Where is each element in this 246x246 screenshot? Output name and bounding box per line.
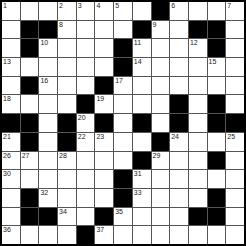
clue-number-13: 13 <box>3 58 11 66</box>
white-cell-r5c7[interactable] <box>133 95 151 113</box>
white-cell-r3c7[interactable]: 14 <box>133 58 151 76</box>
white-cell-r8c1[interactable]: 27 <box>21 152 39 170</box>
white-cell-r4c4[interactable] <box>77 77 95 95</box>
white-cell-r11c6[interactable]: 35 <box>114 208 132 226</box>
white-cell-r7c12[interactable]: 25 <box>226 133 244 151</box>
clue-number-14: 14 <box>134 58 142 66</box>
black-cell-r6c7 <box>133 114 151 132</box>
white-cell-r4c2[interactable]: 16 <box>39 77 57 95</box>
white-cell-r4c7[interactable] <box>133 77 151 95</box>
white-cell-r0c12[interactable]: 7 <box>226 2 244 20</box>
black-cell-r8c7 <box>133 152 151 170</box>
white-cell-r12c3[interactable] <box>58 226 76 244</box>
white-cell-r2c3[interactable] <box>58 39 76 57</box>
white-cell-r0c4[interactable]: 3 <box>77 2 95 20</box>
white-cell-r0c2[interactable] <box>39 2 57 20</box>
black-cell-r5c4 <box>77 95 95 113</box>
clue-number-9: 9 <box>153 21 157 29</box>
white-cell-r9c2[interactable] <box>39 170 57 188</box>
white-cell-r3c2[interactable] <box>39 58 57 76</box>
black-cell-r7c3 <box>58 133 76 151</box>
white-cell-r12c8[interactable] <box>152 226 170 244</box>
white-cell-r0c0[interactable]: 1 <box>2 2 20 20</box>
white-cell-r12c1[interactable] <box>21 226 39 244</box>
white-cell-r7c5[interactable]: 23 <box>95 133 113 151</box>
black-cell-r11c10 <box>189 208 207 226</box>
white-cell-r10c3[interactable] <box>58 189 76 207</box>
white-cell-r3c0[interactable]: 13 <box>2 58 20 76</box>
white-cell-r4c11[interactable] <box>208 77 226 95</box>
clue-number-25: 25 <box>227 133 235 141</box>
clue-number-10: 10 <box>40 39 48 47</box>
white-cell-r4c9[interactable] <box>170 77 188 95</box>
clue-number-33: 33 <box>134 189 142 197</box>
white-cell-r7c9[interactable]: 24 <box>170 133 188 151</box>
black-cell-r10c1 <box>21 189 39 207</box>
white-cell-r5c5[interactable]: 19 <box>95 95 113 113</box>
white-cell-r5c10[interactable] <box>189 95 207 113</box>
white-cell-r6c2[interactable] <box>39 114 57 132</box>
clue-number-29: 29 <box>153 152 161 160</box>
white-cell-r10c8[interactable] <box>152 189 170 207</box>
black-cell-r6c0 <box>2 114 20 132</box>
white-cell-r2c10[interactable]: 12 <box>189 39 207 57</box>
white-cell-r8c0[interactable]: 26 <box>2 152 20 170</box>
clue-number-35: 35 <box>115 208 123 216</box>
white-cell-r1c5[interactable] <box>95 21 113 39</box>
white-cell-r10c2[interactable]: 32 <box>39 189 57 207</box>
white-cell-r11c12[interactable] <box>226 208 244 226</box>
white-cell-r7c2[interactable] <box>39 133 57 151</box>
white-cell-r9c7[interactable]: 31 <box>133 170 151 188</box>
black-cell-r7c8 <box>152 133 170 151</box>
white-cell-r8c10[interactable] <box>189 152 207 170</box>
white-cell-r5c2[interactable] <box>39 95 57 113</box>
white-cell-r5c0[interactable]: 18 <box>2 95 20 113</box>
white-cell-r10c0[interactable] <box>2 189 20 207</box>
black-cell-r10c6 <box>114 189 132 207</box>
white-cell-r3c12[interactable] <box>226 58 244 76</box>
clue-number-34: 34 <box>59 208 67 216</box>
white-cell-r1c4[interactable] <box>77 21 95 39</box>
white-cell-r12c12[interactable] <box>226 226 244 244</box>
black-cell-r6c12 <box>226 114 244 132</box>
white-cell-r7c4[interactable]: 22 <box>77 133 95 151</box>
white-cell-r5c8[interactable] <box>152 95 170 113</box>
clue-number-8: 8 <box>59 21 63 29</box>
clue-number-27: 27 <box>22 152 30 160</box>
white-cell-r3c5[interactable] <box>95 58 113 76</box>
white-cell-r2c12[interactable] <box>226 39 244 57</box>
white-cell-r0c5[interactable]: 4 <box>95 2 113 20</box>
clue-number-17: 17 <box>115 77 123 85</box>
white-cell-r8c9[interactable] <box>170 152 188 170</box>
white-cell-r10c9[interactable] <box>170 189 188 207</box>
white-cell-r12c2[interactable] <box>39 226 57 244</box>
clue-number-3: 3 <box>78 2 82 10</box>
clue-number-30: 30 <box>3 170 11 178</box>
black-cell-r1c10 <box>189 21 207 39</box>
white-cell-r4c12[interactable] <box>226 77 244 95</box>
white-cell-r1c0[interactable] <box>2 21 20 39</box>
white-cell-r1c12[interactable] <box>226 21 244 39</box>
white-cell-r6c8[interactable] <box>152 114 170 132</box>
white-cell-r6c4[interactable]: 20 <box>77 114 95 132</box>
white-cell-r0c11[interactable] <box>208 2 226 20</box>
white-cell-r4c3[interactable] <box>58 77 76 95</box>
white-cell-r5c3[interactable] <box>58 95 76 113</box>
clue-number-24: 24 <box>171 133 179 141</box>
white-cell-r12c0[interactable]: 36 <box>2 226 20 244</box>
clue-number-1: 1 <box>3 2 7 10</box>
white-cell-r1c8[interactable]: 9 <box>152 21 170 39</box>
white-cell-r2c8[interactable] <box>152 39 170 57</box>
black-cell-r6c1 <box>21 114 39 132</box>
white-cell-r4c8[interactable] <box>152 77 170 95</box>
black-cell-r7c1 <box>21 133 39 151</box>
white-cell-r3c3[interactable] <box>58 58 76 76</box>
black-cell-r12c4 <box>77 226 95 244</box>
white-cell-r9c10[interactable] <box>189 170 207 188</box>
black-cell-r2c1 <box>21 39 39 57</box>
white-cell-r9c8[interactable] <box>152 170 170 188</box>
white-cell-r8c8[interactable]: 29 <box>152 152 170 170</box>
white-cell-r8c6[interactable] <box>114 152 132 170</box>
white-cell-r0c6[interactable]: 5 <box>114 2 132 20</box>
clue-number-22: 22 <box>78 133 86 141</box>
clue-number-19: 19 <box>96 95 104 103</box>
white-cell-r5c6[interactable] <box>114 95 132 113</box>
white-cell-r0c3[interactable]: 2 <box>58 2 76 20</box>
white-cell-r7c7[interactable] <box>133 133 151 151</box>
clue-number-12: 12 <box>190 39 198 47</box>
white-cell-r2c2[interactable]: 10 <box>39 39 57 57</box>
black-cell-r9c6 <box>114 170 132 188</box>
white-cell-r8c3[interactable]: 28 <box>58 152 76 170</box>
white-cell-r3c9[interactable] <box>170 58 188 76</box>
white-cell-r9c5[interactable] <box>95 170 113 188</box>
clue-number-18: 18 <box>3 95 11 103</box>
white-cell-r9c3[interactable] <box>58 170 76 188</box>
white-cell-r10c7[interactable]: 33 <box>133 189 151 207</box>
black-cell-r4c1 <box>21 77 39 95</box>
clue-number-31: 31 <box>134 170 142 178</box>
clue-number-16: 16 <box>40 77 48 85</box>
clue-number-21: 21 <box>3 133 11 141</box>
white-cell-r12c5[interactable]: 37 <box>95 226 113 244</box>
clue-number-5: 5 <box>115 2 119 10</box>
white-cell-r2c9[interactable] <box>170 39 188 57</box>
white-cell-r11c7[interactable] <box>133 208 151 226</box>
black-cell-r11c5 <box>95 208 113 226</box>
black-cell-r2c11 <box>208 39 226 57</box>
black-cell-r6c3 <box>58 114 76 132</box>
white-cell-r3c1[interactable] <box>21 58 39 76</box>
white-cell-r3c10[interactable] <box>189 58 207 76</box>
white-cell-r11c9[interactable] <box>170 208 188 226</box>
white-cell-r4c6[interactable]: 17 <box>114 77 132 95</box>
white-cell-r11c8[interactable] <box>152 208 170 226</box>
clue-number-4: 4 <box>96 2 100 10</box>
black-cell-r3c6 <box>114 58 132 76</box>
clue-number-20: 20 <box>78 114 86 122</box>
black-cell-r1c1 <box>21 21 39 39</box>
white-cell-r8c4[interactable] <box>77 152 95 170</box>
white-cell-r4c0[interactable] <box>2 77 20 95</box>
white-cell-r2c0[interactable] <box>2 39 20 57</box>
white-cell-r3c4[interactable] <box>77 58 95 76</box>
black-cell-r10c11 <box>208 189 226 207</box>
white-cell-r12c10[interactable] <box>189 226 207 244</box>
white-cell-r7c6[interactable] <box>114 133 132 151</box>
white-cell-r9c11[interactable] <box>208 170 226 188</box>
white-cell-r0c9[interactable]: 6 <box>170 2 188 20</box>
white-cell-r3c8[interactable] <box>152 58 170 76</box>
white-cell-r0c1[interactable] <box>21 2 39 20</box>
black-cell-r11c11 <box>208 208 226 226</box>
clue-number-2: 2 <box>59 2 63 10</box>
white-cell-r9c4[interactable] <box>77 170 95 188</box>
clue-number-36: 36 <box>3 226 11 234</box>
black-cell-r1c7 <box>133 21 151 39</box>
black-cell-r2c6 <box>114 39 132 57</box>
black-cell-r8c11 <box>208 152 226 170</box>
white-cell-r10c10[interactable] <box>189 189 207 207</box>
white-cell-r0c7[interactable] <box>133 2 151 20</box>
white-cell-r8c12[interactable] <box>226 152 244 170</box>
clue-number-15: 15 <box>209 58 217 66</box>
black-cell-r5c11 <box>208 95 226 113</box>
clue-number-7: 7 <box>227 2 231 10</box>
black-cell-r6c5 <box>95 114 113 132</box>
crossword-board: 1234567891011121314151617181920212223242… <box>0 0 246 246</box>
clue-number-37: 37 <box>96 226 104 234</box>
clue-number-23: 23 <box>96 133 104 141</box>
white-cell-r11c3[interactable]: 34 <box>58 208 76 226</box>
white-cell-r8c2[interactable] <box>39 152 57 170</box>
black-cell-r6c9 <box>170 114 188 132</box>
white-cell-r10c5[interactable] <box>95 189 113 207</box>
white-cell-r5c12[interactable] <box>226 95 244 113</box>
white-cell-r11c0[interactable] <box>2 208 20 226</box>
white-cell-r10c12[interactable] <box>226 189 244 207</box>
white-cell-r1c6[interactable] <box>114 21 132 39</box>
white-cell-r2c5[interactable] <box>95 39 113 57</box>
white-cell-r1c9[interactable] <box>170 21 188 39</box>
black-cell-r4c5 <box>95 77 113 95</box>
clue-number-32: 32 <box>40 189 48 197</box>
white-cell-r6c10[interactable] <box>189 114 207 132</box>
white-cell-r9c0[interactable]: 30 <box>2 170 20 188</box>
black-cell-r1c11 <box>208 21 226 39</box>
white-cell-r7c11[interactable] <box>208 133 226 151</box>
clue-number-6: 6 <box>171 2 175 10</box>
black-cell-r0c8 <box>152 2 170 20</box>
white-cell-r3c11[interactable]: 15 <box>208 58 226 76</box>
white-cell-r12c7[interactable] <box>133 226 151 244</box>
white-cell-r5c1[interactable] <box>21 95 39 113</box>
white-cell-r1c3[interactable]: 8 <box>58 21 76 39</box>
white-cell-r7c0[interactable]: 21 <box>2 133 20 151</box>
black-cell-r11c1 <box>21 208 39 226</box>
clue-number-28: 28 <box>59 152 67 160</box>
clue-number-11: 11 <box>134 39 141 47</box>
white-cell-r2c7[interactable]: 11 <box>133 39 151 57</box>
white-cell-r7c10[interactable] <box>189 133 207 151</box>
black-cell-r11c2 <box>39 208 57 226</box>
white-cell-r2c4[interactable] <box>77 39 95 57</box>
clue-number-26: 26 <box>3 152 11 160</box>
white-cell-r6c6[interactable] <box>114 114 132 132</box>
white-cell-r12c9[interactable] <box>170 226 188 244</box>
white-cell-r11c4[interactable] <box>77 208 95 226</box>
black-cell-r5c9 <box>170 95 188 113</box>
white-cell-r9c12[interactable] <box>226 170 244 188</box>
white-cell-r0c10[interactable] <box>189 2 207 20</box>
black-cell-r6c11 <box>208 114 226 132</box>
black-cell-r1c2 <box>39 21 57 39</box>
white-cell-r12c6[interactable] <box>114 226 132 244</box>
white-cell-r8c5[interactable] <box>95 152 113 170</box>
white-cell-r10c4[interactable] <box>77 189 95 207</box>
white-cell-r12c11[interactable] <box>208 226 226 244</box>
white-cell-r9c1[interactable] <box>21 170 39 188</box>
white-cell-r9c9[interactable] <box>170 170 188 188</box>
white-cell-r4c10[interactable] <box>189 77 207 95</box>
